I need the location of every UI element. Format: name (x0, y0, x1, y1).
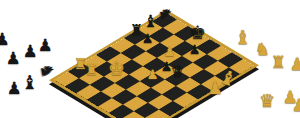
offboard-black-pawn[interactable]: ♟ (37, 37, 52, 54)
yellow-king-c6[interactable]: ♚ (108, 58, 125, 77)
black-queen-e3[interactable]: ♛ (170, 64, 184, 80)
yellow-rook-b7[interactable]: ♜ (85, 63, 98, 78)
offboard-black-pawn[interactable]: ♟ (5, 50, 20, 67)
offboard-yellow-rook[interactable]: ♜ (270, 54, 285, 71)
photo-scene-background: ♜♜♚♟♟♜♝♞♟♚♟♟♛♟♟♟♟♟♝♞♝♞♜♟♝♟♛♟♟ (0, 0, 300, 118)
black-king-h5[interactable]: ♚ (189, 23, 206, 42)
offboard-yellow-bishop[interactable]: ♝ (234, 28, 251, 47)
offboard-yellow-knight[interactable]: ♞ (254, 41, 269, 58)
offboard-black-knight[interactable]: ♞ (37, 62, 56, 80)
offboard-yellow-queen[interactable]: ♛ (259, 92, 275, 110)
offboard-black-pawn[interactable]: ♟ (22, 43, 37, 60)
black-knight-h8[interactable]: ♞ (156, 6, 174, 23)
offboard-black-pawn[interactable]: ♟ (6, 80, 21, 97)
yellow-pawn-f5[interactable]: ♟ (164, 45, 176, 58)
pieces-layer: ♜♜♚♟♟♜♝♞♟♚♟♟♛♟♟♟♟♟♝♞♝♞♜♟♝♟♛♟♟ (0, 0, 300, 118)
offboard-black-bishop[interactable]: ♝ (21, 73, 38, 92)
black-pawn-f7[interactable]: ♟ (142, 32, 154, 45)
offboard-yellow-pawn[interactable]: ♟ (207, 80, 222, 97)
offboard-black-pawn[interactable]: ♟ (0, 31, 10, 48)
yellow-pawn-d4[interactable]: ♟ (147, 68, 159, 81)
offboard-yellow-pawn[interactable]: ♟ (289, 56, 300, 73)
black-pawn-g4[interactable]: ♟ (189, 43, 201, 56)
offboard-yellow-pawn[interactable]: ♟ (291, 97, 300, 114)
